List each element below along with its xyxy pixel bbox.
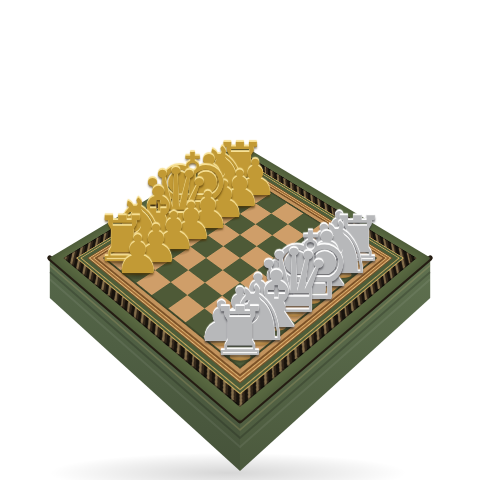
pieces-layer: ♜♟♞♟♝♟♚♟♛♟♝♟♟♞♜♟♟♜♞♟♟♝♟♚♟♛♟♝♟♞♟♜ bbox=[0, 0, 480, 480]
gold-pawn-glyph: ♟ bbox=[114, 230, 161, 283]
silver-rook-glyph: ♜ bbox=[210, 299, 270, 366]
stage: ♜♟♞♟♝♟♚♟♛♟♝♟♟♞♜♟♟♜♞♟♟♝♟♚♟♛♟♝♟♞♟♜ bbox=[0, 0, 480, 480]
